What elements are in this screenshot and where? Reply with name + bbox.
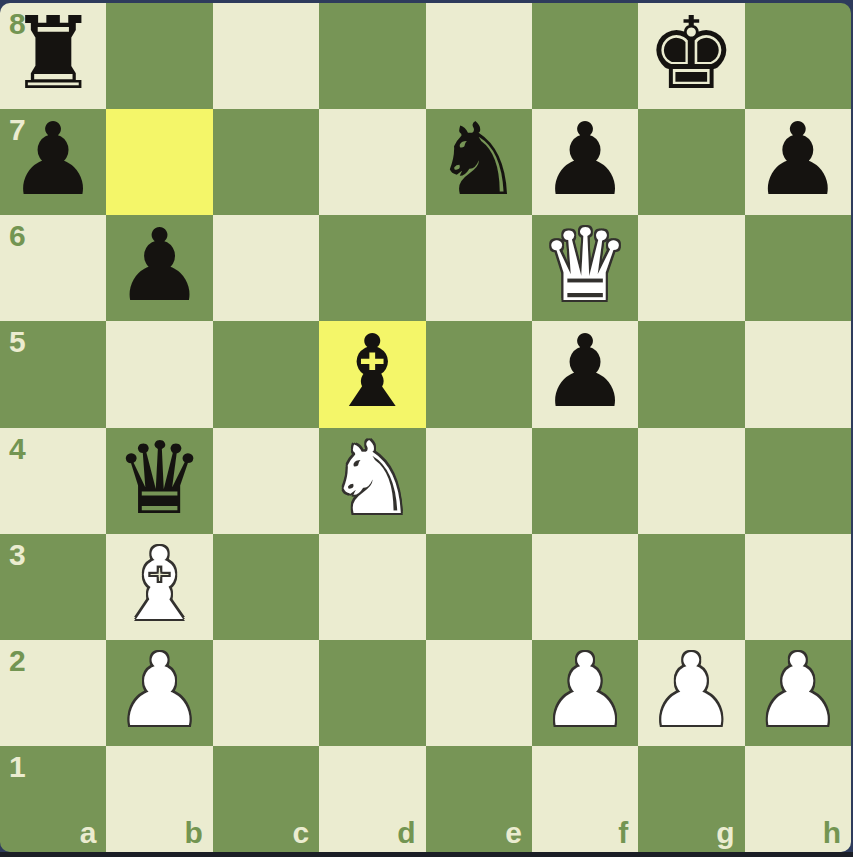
square-f4[interactable] [532,428,638,534]
piece-black-pawn[interactable]: ♟ [540,110,630,210]
file-label-g: g [716,818,734,848]
square-g8[interactable]: ♚ [638,3,744,109]
piece-white-pawn[interactable]: ♟ [647,641,737,741]
piece-black-pawn[interactable]: ♟ [8,110,98,210]
square-b2[interactable]: ♟ [106,640,212,746]
square-b4[interactable]: ♛ [106,428,212,534]
square-f1[interactable]: f [532,746,638,852]
square-h7[interactable]: ♟ [745,109,851,215]
square-h5[interactable] [745,321,851,427]
square-f7[interactable]: ♟ [532,109,638,215]
square-h2[interactable]: ♟ [745,640,851,746]
square-d4[interactable]: ♞ [319,428,425,534]
square-h8[interactable] [745,3,851,109]
square-h4[interactable] [745,428,851,534]
square-b5[interactable] [106,321,212,427]
square-c8[interactable] [213,3,319,109]
square-a4[interactable]: 4 [0,428,106,534]
square-g2[interactable]: ♟ [638,640,744,746]
square-a8[interactable]: 8♜ [0,3,106,109]
square-f6[interactable]: ♛ [532,215,638,321]
square-f8[interactable] [532,3,638,109]
square-e3[interactable] [426,534,532,640]
square-f3[interactable] [532,534,638,640]
chess-app-background: 8♜♚7♟♞♟♟6♟♛5♝♟4♛♞3♝2♟♟♟♟1abcdefgh [0,0,853,857]
file-label-h: h [823,818,841,848]
square-e5[interactable] [426,321,532,427]
square-c5[interactable] [213,321,319,427]
square-g4[interactable] [638,428,744,534]
rank-label-4: 4 [9,434,26,464]
square-c1[interactable]: c [213,746,319,852]
file-label-b: b [184,818,202,848]
square-c4[interactable] [213,428,319,534]
square-a3[interactable]: 3 [0,534,106,640]
square-g1[interactable]: g [638,746,744,852]
square-d7[interactable] [319,109,425,215]
square-e4[interactable] [426,428,532,534]
square-e2[interactable] [426,640,532,746]
file-label-e: e [505,818,522,848]
square-b1[interactable]: b [106,746,212,852]
square-c6[interactable] [213,215,319,321]
square-h6[interactable] [745,215,851,321]
bottom-frame-bar [0,852,853,857]
square-a2[interactable]: 2 [0,640,106,746]
piece-black-bishop[interactable]: ♝ [327,322,417,422]
piece-white-pawn[interactable]: ♟ [115,641,205,741]
piece-white-knight[interactable]: ♞ [327,429,417,529]
piece-white-pawn[interactable]: ♟ [753,641,843,741]
square-f5[interactable]: ♟ [532,321,638,427]
square-d1[interactable]: d [319,746,425,852]
piece-black-queen[interactable]: ♛ [115,429,205,529]
square-d6[interactable] [319,215,425,321]
piece-white-queen[interactable]: ♛ [540,216,630,316]
piece-white-pawn[interactable]: ♟ [540,641,630,741]
square-a1[interactable]: 1a [0,746,106,852]
piece-black-rook[interactable]: ♜ [8,4,98,104]
rank-label-1: 1 [9,752,26,782]
file-label-c: c [292,818,309,848]
square-f2[interactable]: ♟ [532,640,638,746]
piece-black-pawn[interactable]: ♟ [540,322,630,422]
square-a5[interactable]: 5 [0,321,106,427]
rank-label-6: 6 [9,221,26,251]
square-d3[interactable] [319,534,425,640]
square-b7[interactable] [106,109,212,215]
square-e1[interactable]: e [426,746,532,852]
file-label-d: d [397,818,415,848]
square-h1[interactable]: h [745,746,851,852]
square-g6[interactable] [638,215,744,321]
square-a6[interactable]: 6 [0,215,106,321]
square-c2[interactable] [213,640,319,746]
square-b3[interactable]: ♝ [106,534,212,640]
piece-white-bishop[interactable]: ♝ [115,535,205,635]
square-e8[interactable] [426,3,532,109]
square-e7[interactable]: ♞ [426,109,532,215]
rank-label-2: 2 [9,646,26,676]
rank-label-5: 5 [9,327,26,357]
square-d8[interactable] [319,3,425,109]
square-e6[interactable] [426,215,532,321]
piece-black-king[interactable]: ♚ [647,4,737,104]
square-g3[interactable] [638,534,744,640]
piece-black-knight[interactable]: ♞ [434,110,524,210]
square-b6[interactable]: ♟ [106,215,212,321]
square-c3[interactable] [213,534,319,640]
file-label-a: a [80,818,97,848]
chess-board: 8♜♚7♟♞♟♟6♟♛5♝♟4♛♞3♝2♟♟♟♟1abcdefgh [0,3,851,852]
square-h3[interactable] [745,534,851,640]
square-b8[interactable] [106,3,212,109]
square-g5[interactable] [638,321,744,427]
piece-black-pawn[interactable]: ♟ [115,216,205,316]
file-label-f: f [618,818,628,848]
square-a7[interactable]: 7♟ [0,109,106,215]
square-d5[interactable]: ♝ [319,321,425,427]
rank-label-3: 3 [9,540,26,570]
square-g7[interactable] [638,109,744,215]
square-c7[interactable] [213,109,319,215]
piece-black-pawn[interactable]: ♟ [753,110,843,210]
square-d2[interactable] [319,640,425,746]
